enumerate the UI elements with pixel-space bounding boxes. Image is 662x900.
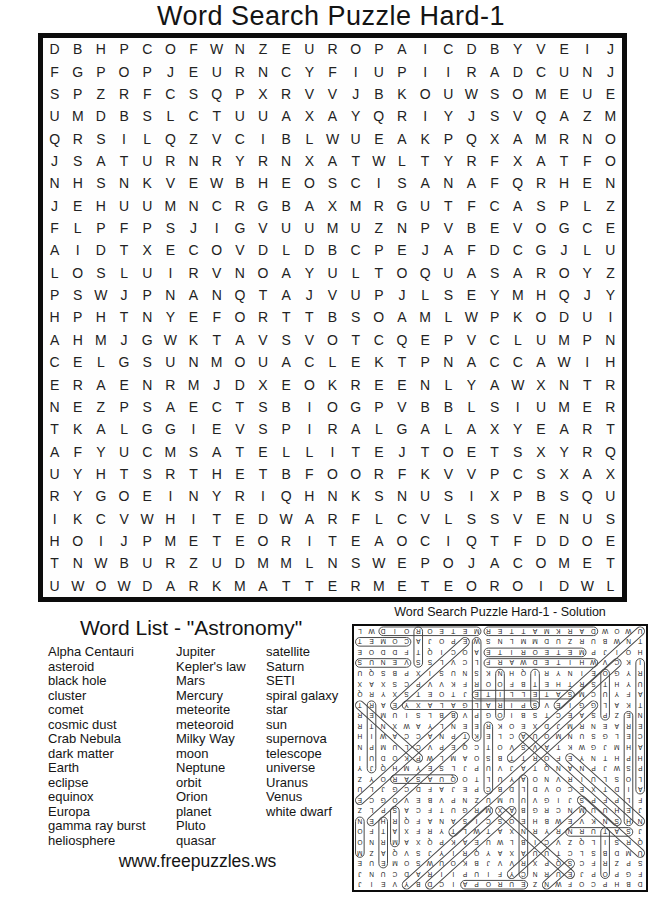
grid-cell: F [483, 150, 506, 172]
grid-cell: I [529, 575, 552, 597]
grid-cell: B [112, 552, 135, 574]
grid-cell: S [136, 463, 159, 485]
grid-cell: C [89, 508, 112, 530]
grid-cell: A [159, 396, 182, 418]
grid-cell: U [298, 38, 321, 60]
grid-cell: A [89, 373, 112, 395]
grid-cell: O [228, 306, 251, 328]
grid-cell: N [112, 172, 135, 194]
grid-cell: U [205, 60, 228, 82]
grid-cell: S [136, 396, 159, 418]
grid-cell: N [576, 60, 599, 82]
grid-cell: A [437, 239, 460, 261]
grid-cell: B [460, 217, 483, 239]
grid-cell: T [275, 306, 298, 328]
word-capsule [531, 669, 540, 709]
grid-cell: Q [553, 284, 576, 306]
grid-cell: W [112, 575, 135, 597]
word-list-item: Crab Nebula [48, 732, 146, 747]
grid-cell: C [529, 60, 552, 82]
grid-cell: T [344, 329, 367, 351]
grid-cell: I [506, 396, 529, 418]
grid-cell: M [414, 306, 437, 328]
grid-cell: I [251, 127, 274, 149]
grid-cell: Y [89, 440, 112, 462]
grid-cell: Q [460, 530, 483, 552]
grid-cell: U [344, 284, 367, 306]
grid-cell: M [159, 195, 182, 217]
grid-cell: N [43, 172, 66, 194]
grid-cell: V [506, 105, 529, 127]
grid-cell: D [251, 239, 274, 261]
grid-cell: X [483, 418, 506, 440]
grid-cell: Q [390, 329, 413, 351]
grid-cell: N [182, 195, 205, 217]
grid-cell: T [228, 396, 251, 418]
grid-cell: F [136, 83, 159, 105]
grid-cell: C [344, 239, 367, 261]
grid-cell: O [437, 552, 460, 574]
grid-cell: I [437, 60, 460, 82]
grid-cell: A [43, 329, 66, 351]
grid-cell: C [182, 105, 205, 127]
grid-cell: A [576, 463, 599, 485]
grid-cell: L [275, 440, 298, 462]
grid-cell: N [228, 262, 251, 284]
grid-cell: E [251, 440, 274, 462]
word-list-item: supernova [266, 732, 338, 747]
grid-cell: D [228, 552, 251, 574]
grid-cell: O [159, 38, 182, 60]
word-list-item: SETI [266, 674, 338, 689]
word-list-item: orbit [176, 776, 246, 791]
grid-cell: R [483, 575, 506, 597]
grid-cell: S [344, 552, 367, 574]
grid-cell: H [599, 351, 622, 373]
grid-cell: X [599, 463, 622, 485]
grid-cell: T [414, 440, 437, 462]
grid-cell: E [182, 396, 205, 418]
grid-cell: C [483, 351, 506, 373]
grid-cell: L [43, 262, 66, 284]
grid-cell: C [228, 127, 251, 149]
grid-cell: U [529, 329, 552, 351]
grid-cell: U [414, 195, 437, 217]
grid-cell: A [159, 575, 182, 597]
grid-cell: D [553, 575, 576, 597]
grid-cell: E [390, 239, 413, 261]
grid-cell: Z [182, 552, 205, 574]
grid-cell: R [529, 262, 552, 284]
grid-cell: E [321, 575, 344, 597]
word-capsule [402, 701, 539, 710]
grid-cell: C [483, 195, 506, 217]
grid-cell: S [66, 284, 89, 306]
word-list-item: Alpha Centauri [48, 645, 146, 660]
grid-cell: E [367, 373, 390, 395]
grid-cell: S [506, 440, 529, 462]
grid-cell: H [89, 463, 112, 485]
grid-cell: X [553, 463, 576, 485]
grid-cell: O [599, 150, 622, 172]
word-capsule [496, 669, 505, 720]
grid-cell: X [298, 105, 321, 127]
grid-cell: C [576, 217, 599, 239]
grid-cell: A [414, 418, 437, 440]
grid-cell: U [136, 552, 159, 574]
grid-cell: N [553, 373, 576, 395]
grid-cell: K [182, 329, 205, 351]
grid-cell: Y [553, 440, 576, 462]
word-list-item: Europa [48, 805, 146, 820]
grid-cell: S [66, 150, 89, 172]
word-list-item: asteroid [48, 660, 146, 675]
grid-cell: T [414, 150, 437, 172]
grid-cell: C [483, 329, 506, 351]
grid-cell: A [460, 172, 483, 194]
grid-cell: Y [437, 150, 460, 172]
grid-cell: I [576, 351, 599, 373]
grid-cell: O [529, 306, 552, 328]
grid-cell: T [483, 530, 506, 552]
grid-cell: M [159, 530, 182, 552]
grid-cell: P [136, 530, 159, 552]
grid-cell: V [437, 463, 460, 485]
grid-cell: P [414, 217, 437, 239]
grid-cell: J [112, 329, 135, 351]
grid-cell: N [159, 284, 182, 306]
grid-cell: S [344, 306, 367, 328]
word-capsule [400, 805, 494, 890]
grid-cell: O [321, 396, 344, 418]
grid-cell: A [275, 351, 298, 373]
grid-cell: I [43, 508, 66, 530]
grid-cell: V [298, 329, 321, 351]
grid-cell: T [414, 575, 437, 597]
word-capsule [576, 794, 646, 859]
grid-cell: T [228, 440, 251, 462]
grid-cell: D [89, 105, 112, 127]
grid-cell: E [66, 396, 89, 418]
grid-cell: A [390, 306, 413, 328]
word-list-item: quasar [176, 834, 246, 849]
grid-cell: A [251, 575, 274, 597]
grid-cell: L [298, 552, 321, 574]
grid-cell: S [599, 508, 622, 530]
grid-cell: J [599, 60, 622, 82]
grid-cell: T [205, 329, 228, 351]
grid-cell: R [460, 150, 483, 172]
grid-cell: I [251, 485, 274, 507]
grid-cell: A [367, 530, 390, 552]
grid-cell: G [390, 195, 413, 217]
grid-cell: H [159, 508, 182, 530]
grid-cell: R [228, 195, 251, 217]
grid-cell: M [506, 284, 529, 306]
grid-cell: E [599, 217, 622, 239]
grid-cell: M [553, 396, 576, 418]
grid-cell: G [529, 239, 552, 261]
grid-cell: T [298, 306, 321, 328]
word-list-column-3: satelliteSaturnSETIspiral galaxystarsuns… [266, 645, 338, 819]
grid-cell: N [437, 172, 460, 194]
grid-cell: Q [228, 284, 251, 306]
grid-cell: Q [529, 105, 552, 127]
grid-cell: F [460, 239, 483, 261]
grid-cell: P [136, 284, 159, 306]
grid-cell: B [275, 396, 298, 418]
word-list-item: spiral galaxy [266, 689, 338, 704]
grid-cell: K [414, 463, 437, 485]
grid-cell: U [553, 60, 576, 82]
grid-cell: W [460, 83, 483, 105]
grid-cell: N [437, 351, 460, 373]
grid-cell: R [321, 38, 344, 60]
grid-cell: A [483, 60, 506, 82]
grid-cell: I [89, 530, 112, 552]
grid-cell: L [437, 373, 460, 395]
grid-cell: Q [43, 127, 66, 149]
grid-cell: N [414, 373, 437, 395]
word-list-item: heliosphere [48, 834, 146, 849]
grid-cell: P [437, 127, 460, 149]
grid-cell: C [506, 552, 529, 574]
word-list-item: Earth [48, 761, 146, 776]
grid-cell: R [344, 373, 367, 395]
grid-cell: P [483, 306, 506, 328]
grid-cell: O [460, 575, 483, 597]
grid-cell: O [66, 262, 89, 284]
grid-cell: A [321, 150, 344, 172]
grid-cell: N [275, 150, 298, 172]
grid-cell: U [599, 485, 622, 507]
grid-cell: Z [182, 127, 205, 149]
grid-cell: P [228, 83, 251, 105]
grid-cell: Q [414, 262, 437, 284]
word-capsule [389, 636, 471, 712]
grid-cell: H [66, 329, 89, 351]
grid-cell: H [251, 172, 274, 194]
grid-cell: T [321, 530, 344, 552]
grid-cell: V [251, 329, 274, 351]
grid-cell: Q [275, 485, 298, 507]
grid-cell: U [576, 83, 599, 105]
grid-cell: B [275, 463, 298, 485]
grid-cell: V [205, 127, 228, 149]
grid-cell: H [553, 172, 576, 194]
grid-cell: A [390, 127, 413, 149]
grid-cell: Q [506, 172, 529, 194]
grid-cell: N [136, 373, 159, 395]
grid-cell: Y [298, 262, 321, 284]
page-title: Word Search Puzzle Hard-1 [0, 1, 662, 32]
grid-cell: R [321, 508, 344, 530]
grid-cell: E [344, 530, 367, 552]
word-capsule [461, 880, 528, 889]
grid-cell: E [228, 530, 251, 552]
grid-cell: X [251, 373, 274, 395]
grid-cell: L [437, 306, 460, 328]
grid-cell: I [112, 127, 135, 149]
grid-cell: S [136, 351, 159, 373]
grid-cell: W [367, 552, 390, 574]
grid-cell: N [43, 396, 66, 418]
grid-cell: M [367, 575, 390, 597]
grid-cell: O [599, 127, 622, 149]
grid-cell: P [390, 60, 413, 82]
grid-cell: O [251, 530, 274, 552]
grid-cell: S [275, 329, 298, 351]
grid-cell: J [576, 284, 599, 306]
grid-cell: J [390, 284, 413, 306]
grid-cell: O [112, 485, 135, 507]
grid-cell: R [576, 418, 599, 440]
grid-cell: A [414, 172, 437, 194]
grid-cell: T [205, 530, 228, 552]
grid-cell: G [89, 485, 112, 507]
grid-cell: N [182, 351, 205, 373]
grid-cell: S [43, 83, 66, 105]
grid-cell: V [460, 463, 483, 485]
word-list-item: planet [176, 805, 246, 820]
grid-cell: R [275, 530, 298, 552]
grid-cell: L [136, 127, 159, 149]
grid-cell: V [506, 217, 529, 239]
grid-cell: S [460, 508, 483, 530]
grid-cell: W [159, 329, 182, 351]
grid-cell: W [321, 127, 344, 149]
grid-cell: P [414, 351, 437, 373]
word-capsule [367, 701, 376, 773]
grid-cell: J [205, 373, 228, 395]
grid-cell: C [506, 239, 529, 261]
grid-cell: R [367, 195, 390, 217]
grid-cell: E [367, 127, 390, 149]
grid-cell: Q [367, 105, 390, 127]
grid-cell: E [437, 575, 460, 597]
grid-cell: W [89, 284, 112, 306]
grid-cell: I [159, 262, 182, 284]
grid-cell: Y [205, 485, 228, 507]
grid-cell: A [275, 284, 298, 306]
grid-cell: F [483, 172, 506, 194]
grid-cell: D [506, 60, 529, 82]
grid-cell: E [159, 239, 182, 261]
word-list-item: star [266, 703, 338, 718]
grid-cell: T [367, 262, 390, 284]
word-capsule [494, 805, 576, 881]
grid-cell: V [228, 418, 251, 440]
grid-cell: I [66, 239, 89, 261]
grid-cell: O [321, 463, 344, 485]
grid-cell: S [483, 105, 506, 127]
grid-cell: A [205, 440, 228, 462]
grid-cell: E [553, 38, 576, 60]
grid-cell: D [43, 38, 66, 60]
grid-cell: U [112, 195, 135, 217]
grid-cell: X [251, 83, 274, 105]
grid-cell: Y [506, 38, 529, 60]
grid-cell: I [159, 485, 182, 507]
grid-cell: T [553, 150, 576, 172]
grid-cell: C [344, 172, 367, 194]
grid-cell: Y [344, 105, 367, 127]
grid-cell: L [390, 150, 413, 172]
grid-cell: L [298, 440, 321, 462]
grid-cell: P [136, 60, 159, 82]
grid-cell: U [251, 351, 274, 373]
grid-cell: A [43, 239, 66, 261]
grid-cell: F [298, 463, 321, 485]
grid-cell: Y [483, 284, 506, 306]
grid-cell: G [251, 195, 274, 217]
grid-cell: E [576, 396, 599, 418]
grid-cell: W [460, 306, 483, 328]
grid-cell: U [251, 105, 274, 127]
word-capsule [624, 711, 633, 825]
word-list-item: Orion [176, 790, 246, 805]
grid-cell: B [66, 38, 89, 60]
grid-cell: W [576, 575, 599, 597]
grid-cell: Z [89, 83, 112, 105]
grid-cell: E [529, 508, 552, 530]
grid-cell: U [344, 217, 367, 239]
word-capsule [484, 627, 598, 636]
grid-cell: J [112, 284, 135, 306]
grid-cell: M [344, 195, 367, 217]
grid-cell: B [529, 485, 552, 507]
grid-cell: E [275, 38, 298, 60]
grid-cell: D [251, 508, 274, 530]
grid-cell: I [460, 485, 483, 507]
grid-cell: T [390, 351, 413, 373]
word-list-item: meteorite [176, 703, 246, 718]
grid-cell: W [205, 38, 228, 60]
grid-cell: H [298, 485, 321, 507]
grid-cell: P [367, 38, 390, 60]
grid-cell: E [112, 373, 135, 395]
grid-cell: N [205, 284, 228, 306]
grid-cell: U [437, 262, 460, 284]
grid-cell: W [506, 373, 529, 395]
grid-cell: C [136, 440, 159, 462]
grid-cell: A [529, 150, 552, 172]
grid-cell: B [321, 306, 344, 328]
word-capsule [424, 805, 518, 890]
grid-cell: I [205, 217, 228, 239]
grid-cell: R [367, 463, 390, 485]
grid-cell: A [228, 329, 251, 351]
grid-cell: F [43, 217, 66, 239]
grid-cell: T [112, 239, 135, 261]
grid-cell: P [367, 396, 390, 418]
grid-cell: E [599, 83, 622, 105]
grid-cell: S [89, 127, 112, 149]
grid-cell: N [599, 172, 622, 194]
grid-cell: T [599, 552, 622, 574]
grid-cell: R [228, 60, 251, 82]
grid-cell: O [344, 463, 367, 485]
grid-cell: X [298, 150, 321, 172]
grid-cell: A [506, 127, 529, 149]
grid-cell: Q [159, 127, 182, 149]
grid-cell: T [205, 105, 228, 127]
grid-cell: E [182, 306, 205, 328]
grid-cell: X [529, 440, 552, 462]
word-capsule [472, 690, 574, 699]
grid-cell: R [112, 83, 135, 105]
grid-cell: D [136, 575, 159, 597]
